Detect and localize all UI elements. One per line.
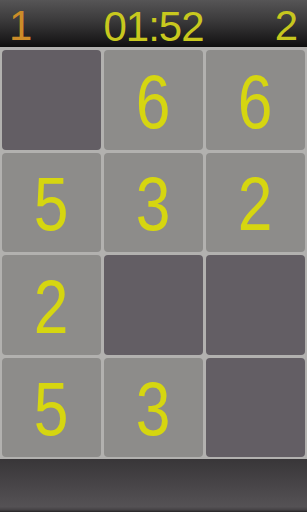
cell-r1c1[interactable] <box>2 50 101 150</box>
cell-r1c2[interactable]: 6 <box>104 50 203 150</box>
cell-number: 3 <box>136 162 171 242</box>
cell-number: 2 <box>238 162 273 242</box>
cell-r3c3[interactable] <box>206 255 305 355</box>
bottom-bar <box>0 459 307 512</box>
cell-r3c2[interactable] <box>104 255 203 355</box>
cell-r2c1[interactable]: 5 <box>2 153 101 253</box>
cell-number: 2 <box>34 265 69 345</box>
cell-r4c3[interactable] <box>206 358 305 458</box>
cell-r4c2[interactable]: 3 <box>104 358 203 458</box>
game-timer: 01:52 <box>0 0 307 50</box>
cell-r4c1[interactable]: 5 <box>2 358 101 458</box>
memory-game-app: 1 01:52 2 66532253 <box>0 0 307 512</box>
cell-number: 6 <box>136 60 171 140</box>
cell-r1c3[interactable]: 6 <box>206 50 305 150</box>
cell-number: 5 <box>34 367 69 447</box>
status-bar: 1 01:52 2 <box>0 0 307 47</box>
cell-number: 5 <box>34 162 69 242</box>
cell-number: 6 <box>238 60 273 140</box>
cell-r2c2[interactable]: 3 <box>104 153 203 253</box>
cell-r2c3[interactable]: 2 <box>206 153 305 253</box>
cell-number: 3 <box>136 367 171 447</box>
game-board: 66532253 <box>0 47 307 459</box>
cell-r3c1[interactable]: 2 <box>2 255 101 355</box>
